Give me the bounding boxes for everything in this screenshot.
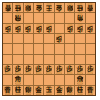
board-cell-r5-c7[interactable] [65, 44, 74, 53]
board-cell-r9-c1[interactable]: 香 [3, 86, 12, 95]
shogi-piece-gote-king[interactable]: 王 [45, 3, 53, 12]
shogi-piece-gote-pawn[interactable]: 歩 [76, 24, 84, 33]
board-cell-r2-c1[interactable] [3, 13, 12, 22]
shogi-piece-sente-bishop[interactable]: 角 [14, 75, 22, 84]
shogi-piece-gote-lance[interactable]: 香 [4, 3, 12, 12]
board-cell-r6-c8[interactable] [75, 55, 84, 64]
shogi-piece-gote-rook[interactable]: 飛 [14, 13, 22, 22]
shogi-piece-gote-pawn[interactable]: 歩 [24, 24, 32, 33]
board-cell-r4-c3[interactable] [24, 34, 33, 43]
board-cell-r6-c7[interactable] [65, 55, 74, 64]
shogi-piece-gote-knight[interactable]: 桂 [76, 3, 84, 12]
shogi-piece-sente-pawn[interactable]: 歩 [14, 65, 22, 74]
shogi-piece-gote-lance[interactable]: 香 [86, 3, 94, 12]
board-cell-r1-c6[interactable]: 金 [55, 3, 64, 12]
board-cell-r2-c3[interactable] [24, 13, 33, 22]
board-cell-r5-c4[interactable] [34, 44, 43, 53]
board-cell-r5-c3[interactable] [24, 44, 33, 53]
board-cell-r6-c3[interactable] [24, 55, 33, 64]
board-cell-r5-c8[interactable] [75, 44, 84, 53]
board-cell-r9-c7[interactable]: 銀 [65, 86, 74, 95]
board-cell-r8-c3[interactable] [24, 75, 33, 84]
shogi-piece-gote-pawn[interactable]: 歩 [14, 24, 22, 33]
board-cell-r1-c1[interactable]: 香 [3, 3, 12, 12]
shogi-piece-gote-silver[interactable]: 銀 [24, 3, 32, 12]
board-cell-r4-c8[interactable] [75, 34, 84, 43]
shogi-piece-gote-pawn[interactable]: 歩 [55, 34, 63, 43]
shogi-board: 香桂銀金王金銀桂香飛角歩歩歩歩歩歩歩歩歩歩歩歩歩歩歩歩歩歩角飛香桂銀金玉金銀桂香 [3, 3, 95, 95]
board-cell-r4-c6[interactable]: 歩 [55, 34, 64, 43]
board-cell-r2-c4[interactable] [34, 13, 43, 22]
shogi-piece-sente-pawn[interactable]: 歩 [55, 65, 63, 74]
board-cell-r4-c5[interactable] [44, 34, 53, 43]
shogi-piece-sente-pawn[interactable]: 歩 [86, 65, 94, 74]
board-cell-r3-c4[interactable]: 歩 [34, 24, 43, 33]
board-cell-r3-c7[interactable]: 歩 [65, 24, 74, 33]
board-cell-r6-c2[interactable] [13, 55, 22, 64]
board-cell-r7-c1[interactable]: 歩 [3, 65, 12, 74]
shogi-piece-gote-pawn[interactable]: 歩 [35, 24, 43, 33]
shogi-piece-sente-knight[interactable]: 桂 [14, 86, 22, 95]
board-cell-r3-c6[interactable] [55, 24, 64, 33]
board-cell-r7-c2[interactable]: 歩 [13, 65, 22, 74]
board-cell-r8-c9[interactable] [86, 75, 95, 84]
shogi-piece-sente-pawn[interactable]: 歩 [76, 65, 84, 74]
board-cell-r6-c5[interactable] [44, 55, 53, 64]
shogi-piece-gote-gold[interactable]: 金 [55, 3, 63, 12]
board-cell-r8-c4[interactable] [34, 75, 43, 84]
shogi-piece-gote-pawn[interactable]: 歩 [45, 24, 53, 33]
board-cell-r8-c8[interactable]: 飛 [75, 75, 84, 84]
shogi-piece-sente-gold[interactable]: 金 [35, 86, 43, 95]
shogi-piece-sente-pawn[interactable]: 歩 [66, 65, 74, 74]
board-cell-r6-c6[interactable] [55, 55, 64, 64]
shogi-piece-sente-pawn[interactable]: 歩 [35, 65, 43, 74]
board-cell-r7-c3[interactable]: 歩 [24, 65, 33, 74]
board-cell-r2-c6[interactable] [55, 13, 64, 22]
board-cell-r9-c2[interactable]: 桂 [13, 86, 22, 95]
board-cell-r1-c2[interactable]: 桂 [13, 3, 22, 12]
board-cell-r3-c9[interactable]: 歩 [86, 24, 95, 33]
board-cell-r9-c8[interactable]: 桂 [75, 86, 84, 95]
board-cell-r4-c2[interactable] [13, 34, 22, 43]
board-cell-r2-c9[interactable] [86, 13, 95, 22]
board-cell-r5-c5[interactable] [44, 44, 53, 53]
shogi-piece-gote-knight[interactable]: 桂 [14, 3, 22, 12]
shogi-piece-sente-silver[interactable]: 銀 [66, 86, 74, 95]
board-cell-r1-c7[interactable]: 銀 [65, 3, 74, 12]
board-cell-r8-c1[interactable] [3, 75, 12, 84]
board-cell-r9-c4[interactable]: 金 [34, 86, 43, 95]
shogi-piece-gote-gold[interactable]: 金 [35, 3, 43, 12]
board-cell-r6-c1[interactable] [3, 55, 12, 64]
board-cell-r2-c7[interactable] [65, 13, 74, 22]
shogi-piece-gote-pawn[interactable]: 歩 [86, 24, 94, 33]
board-cell-r8-c7[interactable] [65, 75, 74, 84]
board-cell-r5-c6[interactable] [55, 44, 64, 53]
board-cell-r5-c2[interactable] [13, 44, 22, 53]
board-cell-r3-c1[interactable]: 歩 [3, 24, 12, 33]
board-cell-r9-c3[interactable]: 銀 [24, 86, 33, 95]
shogi-piece-sente-knight[interactable]: 桂 [76, 86, 84, 95]
board-cell-r7-c9[interactable]: 歩 [86, 65, 95, 74]
shogi-piece-sente-lance[interactable]: 香 [86, 86, 94, 95]
shogi-board-frame: 香桂銀金王金銀桂香飛角歩歩歩歩歩歩歩歩歩歩歩歩歩歩歩歩歩歩角飛香桂銀金玉金銀桂香 [2, 2, 96, 96]
shogi-piece-sente-pawn[interactable]: 歩 [4, 65, 12, 74]
board-cell-r8-c6[interactable] [55, 75, 64, 84]
shogi-piece-sente-pawn[interactable]: 歩 [24, 65, 32, 74]
board-cell-r6-c4[interactable] [34, 55, 43, 64]
board-cell-r1-c3[interactable]: 銀 [24, 3, 33, 12]
board-cell-r9-c5[interactable]: 玉 [44, 86, 53, 95]
board-cell-r8-c5[interactable] [44, 75, 53, 84]
board-cell-r2-c5[interactable] [44, 13, 53, 22]
board-cell-r5-c9[interactable] [86, 44, 95, 53]
board-cell-r9-c9[interactable]: 香 [86, 86, 95, 95]
board-cell-r3-c5[interactable]: 歩 [44, 24, 53, 33]
board-cell-r4-c4[interactable] [34, 34, 43, 43]
board-cell-r3-c3[interactable]: 歩 [24, 24, 33, 33]
board-cell-r1-c9[interactable]: 香 [86, 3, 95, 12]
board-cell-r9-c6[interactable]: 金 [55, 86, 64, 95]
board-cell-r1-c4[interactable]: 金 [34, 3, 43, 12]
board-cell-r2-c2[interactable]: 飛 [13, 13, 22, 22]
board-cell-r7-c6[interactable]: 歩 [55, 65, 64, 74]
board-cell-r6-c9[interactable] [86, 55, 95, 64]
shogi-piece-gote-pawn[interactable]: 歩 [4, 24, 12, 33]
shogi-piece-sente-pawn[interactable]: 歩 [45, 65, 53, 74]
shogi-piece-sente-gold[interactable]: 金 [55, 86, 63, 95]
shogi-piece-gote-bishop[interactable]: 角 [76, 13, 84, 22]
shogi-piece-sente-king[interactable]: 玉 [45, 86, 53, 95]
board-cell-r4-c1[interactable] [3, 34, 12, 43]
board-cell-r7-c5[interactable]: 歩 [44, 65, 53, 74]
board-cell-r1-c5[interactable]: 王 [44, 3, 53, 12]
shogi-piece-gote-silver[interactable]: 銀 [66, 3, 74, 12]
board-cell-r4-c9[interactable] [86, 34, 95, 43]
board-cell-r7-c8[interactable]: 歩 [75, 65, 84, 74]
board-cell-r7-c4[interactable]: 歩 [34, 65, 43, 74]
board-cell-r5-c1[interactable] [3, 44, 12, 53]
board-cell-r1-c8[interactable]: 桂 [75, 3, 84, 12]
board-cell-r3-c8[interactable]: 歩 [75, 24, 84, 33]
board-cell-r7-c7[interactable]: 歩 [65, 65, 74, 74]
board-cell-r4-c7[interactable] [65, 34, 74, 43]
shogi-piece-sente-silver[interactable]: 銀 [24, 86, 32, 95]
shogi-piece-sente-lance[interactable]: 香 [4, 86, 12, 95]
board-cell-r8-c2[interactable]: 角 [13, 75, 22, 84]
board-cell-r3-c2[interactable]: 歩 [13, 24, 22, 33]
shogi-piece-gote-pawn[interactable]: 歩 [66, 24, 74, 33]
shogi-piece-sente-rook[interactable]: 飛 [76, 75, 84, 84]
board-cell-r2-c8[interactable]: 角 [75, 13, 84, 22]
